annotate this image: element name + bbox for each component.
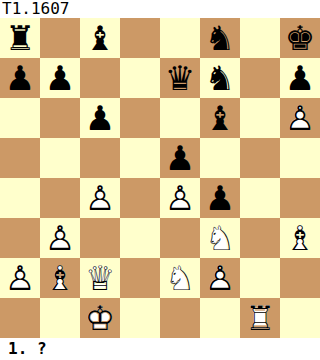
square-c2[interactable]: ♛♕ [80, 258, 120, 298]
square-h7[interactable]: ♟ [280, 58, 320, 98]
square-a5[interactable] [0, 138, 40, 178]
square-g1[interactable]: ♜♖ [240, 298, 280, 338]
black-rook-icon: ♜ [0, 18, 40, 58]
black-king-icon: ♚ [280, 18, 320, 58]
square-g7[interactable] [240, 58, 280, 98]
white-pawn-icon: ♟♙ [0, 258, 40, 298]
square-a2[interactable]: ♟♙ [0, 258, 40, 298]
square-a3[interactable] [0, 218, 40, 258]
piece-fill: ♟ [80, 98, 120, 138]
piece-outline: ♙ [160, 178, 200, 218]
square-e1[interactable] [160, 298, 200, 338]
piece-fill: ♟ [200, 178, 240, 218]
square-c4[interactable]: ♟♙ [80, 178, 120, 218]
piece-fill: ♜ [0, 18, 40, 58]
piece-outline: ♘ [160, 258, 200, 298]
square-a4[interactable] [0, 178, 40, 218]
black-bishop-icon: ♝ [200, 98, 240, 138]
piece-fill: ♟ [160, 138, 200, 178]
white-bishop-icon: ♝♗ [280, 218, 320, 258]
square-d1[interactable] [120, 298, 160, 338]
black-queen-icon: ♛ [160, 58, 200, 98]
piece-fill: ♟ [280, 58, 320, 98]
white-pawn-icon: ♟♙ [280, 98, 320, 138]
square-b2[interactable]: ♝♗ [40, 258, 80, 298]
square-a1[interactable] [0, 298, 40, 338]
white-pawn-icon: ♟♙ [160, 178, 200, 218]
black-pawn-icon: ♟ [200, 178, 240, 218]
square-f6[interactable]: ♝ [200, 98, 240, 138]
square-c8[interactable]: ♝ [80, 18, 120, 58]
square-h2[interactable] [280, 258, 320, 298]
square-b7[interactable]: ♟ [40, 58, 80, 98]
square-e3[interactable] [160, 218, 200, 258]
square-f1[interactable] [200, 298, 240, 338]
square-a7[interactable]: ♟ [0, 58, 40, 98]
square-h4[interactable] [280, 178, 320, 218]
square-f7[interactable]: ♞ [200, 58, 240, 98]
square-h5[interactable] [280, 138, 320, 178]
piece-outline: ♙ [200, 258, 240, 298]
piece-outline: ♗ [280, 218, 320, 258]
square-b5[interactable] [40, 138, 80, 178]
square-g5[interactable] [240, 138, 280, 178]
square-d8[interactable] [120, 18, 160, 58]
square-e8[interactable] [160, 18, 200, 58]
piece-fill: ♞ [200, 58, 240, 98]
black-pawn-icon: ♟ [160, 138, 200, 178]
piece-fill: ♟ [40, 58, 80, 98]
piece-outline: ♙ [80, 178, 120, 218]
square-a8[interactable]: ♜ [0, 18, 40, 58]
black-knight-icon: ♞ [200, 58, 240, 98]
piece-fill: ♞ [200, 18, 240, 58]
square-f8[interactable]: ♞ [200, 18, 240, 58]
square-f3[interactable]: ♞♘ [200, 218, 240, 258]
piece-fill: ♝ [80, 18, 120, 58]
piece-fill: ♚ [280, 18, 320, 58]
chess-board: ♜♝♞♚♟♟♛♞♟♟♝♟♙♟♟♙♟♙♟♟♙♞♘♝♗♟♙♝♗♛♕♞♘♟♙♚♔♜♖ [0, 18, 320, 338]
square-g4[interactable] [240, 178, 280, 218]
white-bishop-icon: ♝♗ [40, 258, 80, 298]
piece-fill: ♛ [160, 58, 200, 98]
piece-outline: ♖ [240, 298, 280, 338]
square-g8[interactable] [240, 18, 280, 58]
square-d4[interactable] [120, 178, 160, 218]
black-pawn-icon: ♟ [280, 58, 320, 98]
white-pawn-icon: ♟♙ [80, 178, 120, 218]
white-rook-icon: ♜♖ [240, 298, 280, 338]
square-d6[interactable] [120, 98, 160, 138]
piece-outline: ♙ [0, 258, 40, 298]
square-g3[interactable] [240, 218, 280, 258]
square-e2[interactable]: ♞♘ [160, 258, 200, 298]
square-b3[interactable]: ♟♙ [40, 218, 80, 258]
piece-outline: ♗ [40, 258, 80, 298]
black-knight-icon: ♞ [200, 18, 240, 58]
white-king-icon: ♚♔ [80, 298, 120, 338]
square-c1[interactable]: ♚♔ [80, 298, 120, 338]
square-e6[interactable] [160, 98, 200, 138]
piece-outline: ♕ [80, 258, 120, 298]
piece-fill: ♝ [200, 98, 240, 138]
white-queen-icon: ♛♕ [80, 258, 120, 298]
black-pawn-icon: ♟ [0, 58, 40, 98]
square-b1[interactable] [40, 298, 80, 338]
square-c5[interactable] [80, 138, 120, 178]
square-c6[interactable]: ♟ [80, 98, 120, 138]
piece-outline: ♔ [80, 298, 120, 338]
piece-fill: ♟ [0, 58, 40, 98]
square-d3[interactable] [120, 218, 160, 258]
square-h8[interactable]: ♚ [280, 18, 320, 58]
white-pawn-icon: ♟♙ [40, 218, 80, 258]
square-b4[interactable] [40, 178, 80, 218]
square-h1[interactable] [280, 298, 320, 338]
square-e7[interactable]: ♛ [160, 58, 200, 98]
puzzle-id: T1.1607 [2, 0, 69, 18]
square-e5[interactable]: ♟ [160, 138, 200, 178]
square-h3[interactable]: ♝♗ [280, 218, 320, 258]
square-d7[interactable] [120, 58, 160, 98]
square-d5[interactable] [120, 138, 160, 178]
square-g6[interactable] [240, 98, 280, 138]
piece-outline: ♘ [200, 218, 240, 258]
square-d2[interactable] [120, 258, 160, 298]
black-bishop-icon: ♝ [80, 18, 120, 58]
square-b6[interactable] [40, 98, 80, 138]
white-pawn-icon: ♟♙ [200, 258, 240, 298]
white-knight-icon: ♞♘ [160, 258, 200, 298]
white-knight-icon: ♞♘ [200, 218, 240, 258]
square-c3[interactable] [80, 218, 120, 258]
square-f2[interactable]: ♟♙ [200, 258, 240, 298]
black-pawn-icon: ♟ [40, 58, 80, 98]
square-e4[interactable]: ♟♙ [160, 178, 200, 218]
square-b8[interactable] [40, 18, 80, 58]
square-a6[interactable] [0, 98, 40, 138]
square-g2[interactable] [240, 258, 280, 298]
square-f5[interactable] [200, 138, 240, 178]
square-c7[interactable] [80, 58, 120, 98]
square-h6[interactable]: ♟♙ [280, 98, 320, 138]
square-f4[interactable]: ♟ [200, 178, 240, 218]
black-pawn-icon: ♟ [80, 98, 120, 138]
move-prompt: 1. ? [8, 340, 47, 358]
piece-outline: ♙ [280, 98, 320, 138]
piece-outline: ♙ [40, 218, 80, 258]
